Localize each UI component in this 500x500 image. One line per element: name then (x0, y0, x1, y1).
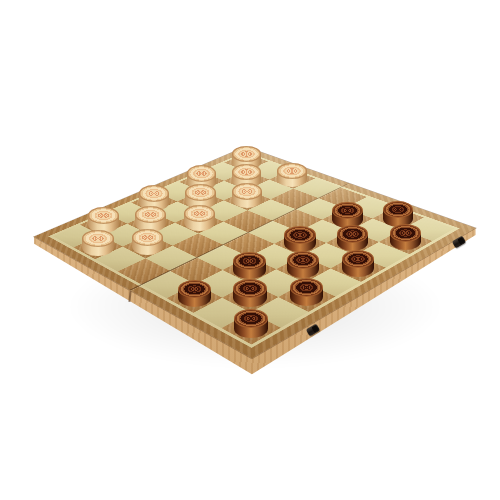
product-photo-canvas: ⛀⛀⛂⛀⛂⛂⛀⛀⛂⛀⛂⛂⛀⛀⛂⛀⛂⛂⛀⛀⛂⛀⛂⛂ (0, 0, 500, 500)
light-man-glyph: ⛀ (88, 207, 89, 208)
light-man-glyph: ⛀ (232, 146, 233, 147)
light-man-glyph: ⛀ (187, 165, 188, 166)
light-man-glyph: ⛀ (139, 185, 140, 186)
